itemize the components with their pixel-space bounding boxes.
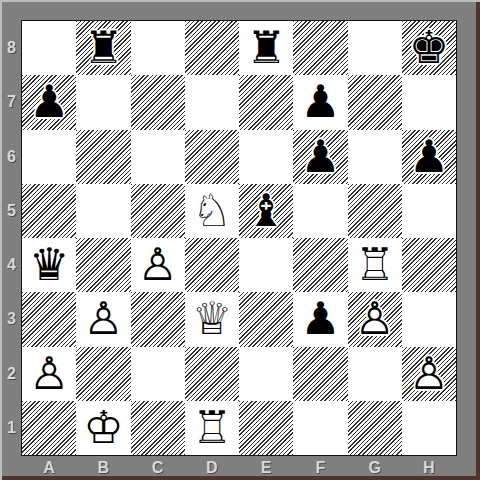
- black-pawn: ♟♟: [293, 292, 347, 346]
- square-e1[interactable]: [239, 401, 293, 455]
- square-h8[interactable]: ♚♚: [402, 21, 456, 75]
- file-label-d: D: [185, 459, 239, 477]
- file-label-a: A: [22, 459, 76, 477]
- square-c5[interactable]: [131, 184, 185, 238]
- board-frame: ♜♜♜♜♚♚♟♟♟♟♟♟♟♟♞♘♝♝♛♛♟♙♜♖♟♙♛♕♟♟♟♙♟♙♟♙♚♔♜♖…: [0, 0, 480, 480]
- square-e8[interactable]: ♜♜: [239, 21, 293, 75]
- square-g3[interactable]: ♟♙: [348, 292, 402, 346]
- rank-label-5: 5: [2, 202, 21, 220]
- rank-label-4: 4: [2, 256, 21, 274]
- square-b1[interactable]: ♚♔: [76, 401, 130, 455]
- square-g8[interactable]: [348, 21, 402, 75]
- square-a5[interactable]: [22, 184, 76, 238]
- white-pawn: ♟♙: [402, 347, 456, 401]
- white-rook: ♜♖: [185, 401, 239, 455]
- piece-glyph-front: ♜: [239, 21, 293, 75]
- square-f1[interactable]: [293, 401, 347, 455]
- square-d3[interactable]: ♛♕: [185, 292, 239, 346]
- piece-glyph-front: ♛: [22, 238, 76, 292]
- piece-glyph-front: ♘: [185, 184, 239, 238]
- square-d2[interactable]: [185, 347, 239, 401]
- square-a7[interactable]: ♟♟: [22, 75, 76, 129]
- rank-label-1: 1: [2, 419, 21, 437]
- square-b3[interactable]: ♟♙: [76, 292, 130, 346]
- square-e7[interactable]: [239, 75, 293, 129]
- piece-glyph-front: ♟: [293, 75, 347, 129]
- square-h6[interactable]: ♟♟: [402, 130, 456, 184]
- square-f8[interactable]: [293, 21, 347, 75]
- square-a1[interactable]: [22, 401, 76, 455]
- square-h3[interactable]: [402, 292, 456, 346]
- square-f6[interactable]: ♟♟: [293, 130, 347, 184]
- square-b2[interactable]: [76, 347, 130, 401]
- square-e6[interactable]: [239, 130, 293, 184]
- black-king: ♚♚: [402, 21, 456, 75]
- square-e5[interactable]: ♝♝: [239, 184, 293, 238]
- square-e4[interactable]: [239, 238, 293, 292]
- square-h4[interactable]: [402, 238, 456, 292]
- square-g7[interactable]: [348, 75, 402, 129]
- piece-glyph-front: ♔: [76, 401, 130, 455]
- black-pawn: ♟♟: [22, 75, 76, 129]
- square-g6[interactable]: [348, 130, 402, 184]
- chess-board: ♜♜♜♜♚♚♟♟♟♟♟♟♟♟♞♘♝♝♛♛♟♙♜♖♟♙♛♕♟♟♟♙♟♙♟♙♚♔♜♖: [21, 20, 457, 456]
- square-c2[interactable]: [131, 347, 185, 401]
- file-label-g: G: [348, 459, 402, 477]
- square-c8[interactable]: [131, 21, 185, 75]
- white-pawn: ♟♙: [76, 292, 130, 346]
- piece-glyph-front: ♖: [185, 401, 239, 455]
- square-b8[interactable]: ♜♜: [76, 21, 130, 75]
- square-d6[interactable]: [185, 130, 239, 184]
- square-a4[interactable]: ♛♛: [22, 238, 76, 292]
- piece-glyph-front: ♙: [348, 292, 402, 346]
- black-rook: ♜♜: [76, 21, 130, 75]
- black-rook: ♜♜: [239, 21, 293, 75]
- piece-glyph-front: ♟: [293, 130, 347, 184]
- square-c6[interactable]: [131, 130, 185, 184]
- rank-label-8: 8: [2, 39, 21, 57]
- square-b4[interactable]: [76, 238, 130, 292]
- square-h7[interactable]: [402, 75, 456, 129]
- white-rook: ♜♖: [348, 238, 402, 292]
- square-e2[interactable]: [239, 347, 293, 401]
- square-d8[interactable]: [185, 21, 239, 75]
- square-b5[interactable]: [76, 184, 130, 238]
- square-h1[interactable]: [402, 401, 456, 455]
- square-f7[interactable]: ♟♟: [293, 75, 347, 129]
- square-c4[interactable]: ♟♙: [131, 238, 185, 292]
- rank-label-3: 3: [2, 310, 21, 328]
- square-e3[interactable]: [239, 292, 293, 346]
- piece-glyph-front: ♟: [22, 75, 76, 129]
- black-pawn: ♟♟: [293, 75, 347, 129]
- square-a8[interactable]: [22, 21, 76, 75]
- white-pawn: ♟♙: [22, 347, 76, 401]
- piece-glyph-front: ♕: [185, 292, 239, 346]
- square-d5[interactable]: ♞♘: [185, 184, 239, 238]
- square-b7[interactable]: [76, 75, 130, 129]
- piece-glyph-front: ♝: [239, 184, 293, 238]
- square-g5[interactable]: [348, 184, 402, 238]
- white-queen: ♛♕: [185, 292, 239, 346]
- white-knight: ♞♘: [185, 184, 239, 238]
- square-g2[interactable]: [348, 347, 402, 401]
- square-f3[interactable]: ♟♟: [293, 292, 347, 346]
- piece-glyph-front: ♙: [76, 292, 130, 346]
- rank-label-7: 7: [2, 93, 21, 111]
- rank-label-6: 6: [2, 148, 21, 166]
- square-a6[interactable]: [22, 130, 76, 184]
- square-a2[interactable]: ♟♙: [22, 347, 76, 401]
- square-g4[interactable]: ♜♖: [348, 238, 402, 292]
- white-pawn: ♟♙: [131, 238, 185, 292]
- square-a3[interactable]: [22, 292, 76, 346]
- black-bishop: ♝♝: [239, 184, 293, 238]
- square-d1[interactable]: ♜♖: [185, 401, 239, 455]
- file-label-e: E: [239, 459, 293, 477]
- piece-glyph-front: ♙: [22, 347, 76, 401]
- square-g1[interactable]: [348, 401, 402, 455]
- piece-glyph-front: ♖: [348, 238, 402, 292]
- square-c7[interactable]: [131, 75, 185, 129]
- piece-glyph-front: ♚: [402, 21, 456, 75]
- white-king: ♚♔: [76, 401, 130, 455]
- square-b6[interactable]: [76, 130, 130, 184]
- piece-glyph-front: ♙: [402, 347, 456, 401]
- piece-glyph-front: ♙: [131, 238, 185, 292]
- file-label-h: H: [402, 459, 456, 477]
- square-c1[interactable]: [131, 401, 185, 455]
- black-queen: ♛♛: [22, 238, 76, 292]
- black-pawn: ♟♟: [293, 130, 347, 184]
- square-d4[interactable]: [185, 238, 239, 292]
- square-h2[interactable]: ♟♙: [402, 347, 456, 401]
- file-label-c: C: [131, 459, 185, 477]
- file-label-f: F: [293, 459, 347, 477]
- white-pawn: ♟♙: [348, 292, 402, 346]
- piece-glyph-front: ♜: [76, 21, 130, 75]
- file-label-b: B: [76, 459, 130, 477]
- black-pawn: ♟♟: [402, 130, 456, 184]
- square-f5[interactable]: [293, 184, 347, 238]
- square-c3[interactable]: [131, 292, 185, 346]
- rank-label-2: 2: [2, 365, 21, 383]
- square-h5[interactable]: [402, 184, 456, 238]
- piece-glyph-front: ♟: [402, 130, 456, 184]
- piece-glyph-front: ♟: [293, 292, 347, 346]
- square-f4[interactable]: [293, 238, 347, 292]
- square-d7[interactable]: [185, 75, 239, 129]
- square-f2[interactable]: [293, 347, 347, 401]
